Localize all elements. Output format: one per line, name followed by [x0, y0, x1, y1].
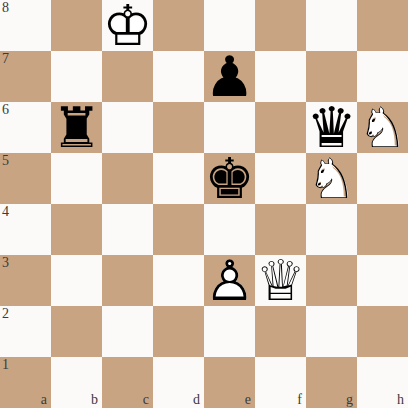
square-d5[interactable]: [153, 153, 204, 204]
square-f2[interactable]: [255, 306, 306, 357]
file-label-d: d: [193, 393, 200, 407]
square-f8[interactable]: [255, 0, 306, 51]
square-e2[interactable]: [204, 306, 255, 357]
rank-label-1: 1: [2, 357, 9, 373]
rank-label-2: 2: [2, 306, 9, 322]
rank-label-4: 4: [2, 204, 9, 220]
white-king-glyph-outline: ♔: [102, 0, 153, 51]
square-h5[interactable]: [357, 153, 408, 204]
square-e7[interactable]: ♟: [204, 51, 255, 102]
file-label-h: h: [397, 393, 404, 407]
square-h8[interactable]: [357, 0, 408, 51]
square-h2[interactable]: [357, 306, 408, 357]
black-king-glyph-fill: ♚: [204, 153, 255, 204]
square-c3[interactable]: [102, 255, 153, 306]
square-a8[interactable]: 8: [0, 0, 51, 51]
file-label-g: g: [346, 393, 353, 407]
square-a4[interactable]: 4: [0, 204, 51, 255]
square-c4[interactable]: [102, 204, 153, 255]
black-pawn[interactable]: ♟: [204, 51, 255, 102]
square-c2[interactable]: [102, 306, 153, 357]
rank-label-7: 7: [2, 51, 9, 67]
black-pawn-glyph-fill: ♟: [204, 51, 255, 102]
square-b4[interactable]: [51, 204, 102, 255]
square-b8[interactable]: [51, 0, 102, 51]
file-label-a: a: [41, 393, 47, 407]
square-g4[interactable]: [306, 204, 357, 255]
square-d6[interactable]: [153, 102, 204, 153]
white-knight-glyph-outline: ♘: [357, 102, 408, 153]
square-g5[interactable]: ♞♘: [306, 153, 357, 204]
square-d1[interactable]: d: [153, 357, 204, 408]
white-knight[interactable]: ♞♘: [357, 102, 408, 153]
white-knight[interactable]: ♞♘: [306, 153, 357, 204]
square-d2[interactable]: [153, 306, 204, 357]
white-queen[interactable]: ♛♕: [255, 255, 306, 306]
square-g8[interactable]: [306, 0, 357, 51]
rank-label-3: 3: [2, 255, 9, 271]
square-a7[interactable]: 7: [0, 51, 51, 102]
square-h4[interactable]: [357, 204, 408, 255]
white-pawn[interactable]: ♟♙: [204, 255, 255, 306]
square-f5[interactable]: [255, 153, 306, 204]
square-f3[interactable]: ♛♕: [255, 255, 306, 306]
square-c5[interactable]: [102, 153, 153, 204]
square-b5[interactable]: [51, 153, 102, 204]
square-b2[interactable]: [51, 306, 102, 357]
file-label-b: b: [91, 393, 98, 407]
chess-board: 8♚♔7♟6♜♛♞♘5♚♞♘43♟♙♛♕21abcdefgh: [0, 0, 408, 408]
black-rook[interactable]: ♜: [51, 102, 102, 153]
rank-label-6: 6: [2, 102, 9, 118]
square-b1[interactable]: b: [51, 357, 102, 408]
square-e5[interactable]: ♚: [204, 153, 255, 204]
white-pawn-glyph-outline: ♙: [204, 255, 255, 306]
square-d8[interactable]: [153, 0, 204, 51]
black-rook-glyph-fill: ♜: [51, 102, 102, 153]
square-c6[interactable]: [102, 102, 153, 153]
square-h3[interactable]: [357, 255, 408, 306]
white-knight-glyph-outline: ♘: [306, 153, 357, 204]
black-king[interactable]: ♚: [204, 153, 255, 204]
square-e3[interactable]: ♟♙: [204, 255, 255, 306]
square-f6[interactable]: [255, 102, 306, 153]
square-c1[interactable]: c: [102, 357, 153, 408]
square-f1[interactable]: f: [255, 357, 306, 408]
rank-label-8: 8: [2, 0, 9, 16]
rank-label-5: 5: [2, 153, 9, 169]
square-c7[interactable]: [102, 51, 153, 102]
square-c8[interactable]: ♚♔: [102, 0, 153, 51]
file-label-c: c: [143, 393, 149, 407]
square-a6[interactable]: 6: [0, 102, 51, 153]
square-a1[interactable]: 1a: [0, 357, 51, 408]
white-king[interactable]: ♚♔: [102, 0, 153, 51]
square-d7[interactable]: [153, 51, 204, 102]
square-g3[interactable]: [306, 255, 357, 306]
square-h1[interactable]: h: [357, 357, 408, 408]
square-a2[interactable]: 2: [0, 306, 51, 357]
file-label-f: f: [297, 393, 302, 407]
square-g1[interactable]: g: [306, 357, 357, 408]
square-a5[interactable]: 5: [0, 153, 51, 204]
white-queen-glyph-outline: ♕: [255, 255, 306, 306]
square-d3[interactable]: [153, 255, 204, 306]
square-h6[interactable]: ♞♘: [357, 102, 408, 153]
file-label-e: e: [245, 393, 251, 407]
square-e1[interactable]: e: [204, 357, 255, 408]
square-f7[interactable]: [255, 51, 306, 102]
square-b6[interactable]: ♜: [51, 102, 102, 153]
square-b3[interactable]: [51, 255, 102, 306]
square-g2[interactable]: [306, 306, 357, 357]
square-a3[interactable]: 3: [0, 255, 51, 306]
square-d4[interactable]: [153, 204, 204, 255]
